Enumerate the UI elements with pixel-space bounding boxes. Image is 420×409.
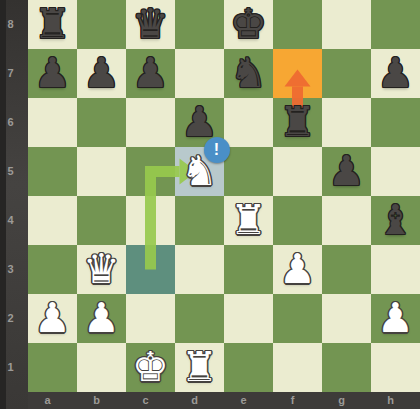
square-h5[interactable] xyxy=(371,147,420,196)
square-h1[interactable] xyxy=(371,343,420,392)
square-a3[interactable] xyxy=(28,245,77,294)
square-f1[interactable] xyxy=(273,343,322,392)
piece-white-rook-d1[interactable]: ♜ xyxy=(175,343,224,392)
rank-label-7: 7 xyxy=(0,49,21,98)
square-g6[interactable] xyxy=(322,98,371,147)
file-label-a: a xyxy=(23,392,72,409)
square-e3[interactable] xyxy=(224,245,273,294)
square-f7-highlight-threat-target[interactable] xyxy=(273,49,322,98)
square-a5[interactable] xyxy=(28,147,77,196)
piece-white-queen-b3[interactable]: ♛ xyxy=(77,245,126,294)
piece-black-queen-c8[interactable]: ♛ xyxy=(126,0,175,49)
square-c6[interactable] xyxy=(126,98,175,147)
piece-black-bishop-h4[interactable]: ♝ xyxy=(371,196,420,245)
square-g8[interactable] xyxy=(322,0,371,49)
piece-black-rook-f6[interactable]: ♜ xyxy=(273,98,322,147)
square-c5[interactable] xyxy=(126,147,175,196)
square-a4[interactable] xyxy=(28,196,77,245)
square-c3-highlight-move-origin[interactable] xyxy=(126,245,175,294)
square-b5[interactable] xyxy=(77,147,126,196)
piece-black-rook-a8[interactable]: ♜ xyxy=(28,0,77,49)
piece-black-pawn-c7[interactable]: ♟ xyxy=(126,49,175,98)
square-h3[interactable] xyxy=(371,245,420,294)
square-a6[interactable] xyxy=(28,98,77,147)
piece-white-pawn-h2[interactable]: ♟ xyxy=(371,294,420,343)
square-g1[interactable] xyxy=(322,343,371,392)
file-label-e: e xyxy=(219,392,268,409)
rank-label-5: 5 xyxy=(0,147,21,196)
file-label-g: g xyxy=(317,392,366,409)
square-e1[interactable] xyxy=(224,343,273,392)
rank-label-4: 4 xyxy=(0,196,21,245)
square-h6[interactable] xyxy=(371,98,420,147)
chess-app-window: ♜♛♚♟♟♟♞♟♟♜♞♟♜♝♛♟♟♟♟♚♜! 87654321abcdefgh xyxy=(0,0,420,409)
piece-white-rook-e4[interactable]: ♜ xyxy=(224,196,273,245)
square-d2[interactable] xyxy=(175,294,224,343)
piece-white-king-c1[interactable]: ♚ xyxy=(126,343,175,392)
piece-white-pawn-f3[interactable]: ♟ xyxy=(273,245,322,294)
file-label-h: h xyxy=(366,392,415,409)
piece-black-pawn-h7[interactable]: ♟ xyxy=(371,49,420,98)
square-d8[interactable] xyxy=(175,0,224,49)
square-e6[interactable] xyxy=(224,98,273,147)
piece-white-pawn-b2[interactable]: ♟ xyxy=(77,294,126,343)
square-e5[interactable] xyxy=(224,147,273,196)
square-f2[interactable] xyxy=(273,294,322,343)
square-g4[interactable] xyxy=(322,196,371,245)
square-f8[interactable] xyxy=(273,0,322,49)
square-b4[interactable] xyxy=(77,196,126,245)
square-f4[interactable] xyxy=(273,196,322,245)
square-d4[interactable] xyxy=(175,196,224,245)
piece-black-knight-e7[interactable]: ♞ xyxy=(224,49,273,98)
square-g3[interactable] xyxy=(322,245,371,294)
chess-board[interactable]: ♜♛♚♟♟♟♞♟♟♜♞♟♜♝♛♟♟♟♟♚♜! xyxy=(28,0,420,392)
great-move-badge-icon: ! xyxy=(204,137,230,163)
square-c2[interactable] xyxy=(126,294,175,343)
square-b8[interactable] xyxy=(77,0,126,49)
square-a1[interactable] xyxy=(28,343,77,392)
square-f5[interactable] xyxy=(273,147,322,196)
square-h8[interactable] xyxy=(371,0,420,49)
square-g2[interactable] xyxy=(322,294,371,343)
rank-label-6: 6 xyxy=(0,98,21,147)
square-c4[interactable] xyxy=(126,196,175,245)
rank-label-1: 1 xyxy=(0,343,21,392)
rank-label-3: 3 xyxy=(0,245,21,294)
file-label-b: b xyxy=(72,392,121,409)
square-g7[interactable] xyxy=(322,49,371,98)
piece-black-pawn-a7[interactable]: ♟ xyxy=(28,49,77,98)
square-e2[interactable] xyxy=(224,294,273,343)
piece-white-pawn-a2[interactable]: ♟ xyxy=(28,294,77,343)
square-d7[interactable] xyxy=(175,49,224,98)
square-d3[interactable] xyxy=(175,245,224,294)
file-label-d: d xyxy=(170,392,219,409)
rank-label-8: 8 xyxy=(0,0,21,49)
file-label-c: c xyxy=(121,392,170,409)
square-b1[interactable] xyxy=(77,343,126,392)
square-b6[interactable] xyxy=(77,98,126,147)
file-label-f: f xyxy=(268,392,317,409)
piece-black-pawn-b7[interactable]: ♟ xyxy=(77,49,126,98)
piece-black-king-e8[interactable]: ♚ xyxy=(224,0,273,49)
rank-label-2: 2 xyxy=(0,294,21,343)
piece-black-pawn-g5[interactable]: ♟ xyxy=(322,147,371,196)
